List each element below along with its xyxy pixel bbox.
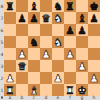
black-pawn-b7[interactable]: ♟ [17, 12, 26, 24]
square-e7[interactable]: ♞ [52, 12, 64, 24]
square-c3[interactable] [28, 60, 40, 72]
square-g7[interactable]: ♝ [76, 12, 88, 24]
square-b6[interactable] [16, 24, 28, 36]
file-label-c: c [28, 96, 40, 100]
black-pawn-g6[interactable]: ♟ [77, 24, 86, 36]
square-e8[interactable]: ♞ [52, 0, 64, 12]
white-pawn-d4[interactable]: ♟ [41, 48, 50, 60]
chess-board: ♜♝♞♜♚♟♟♛♞♝♟♟♟♞♞♟♟♟♛♟♟♟♟♜♝♜♚ [4, 0, 100, 96]
file-label-g: g [76, 96, 88, 100]
white-pawn-a2[interactable]: ♟ [5, 72, 14, 84]
square-a4[interactable] [4, 48, 16, 60]
white-pawn-g3[interactable]: ♟ [77, 60, 86, 72]
square-b2[interactable] [16, 72, 28, 84]
square-a3[interactable] [4, 60, 16, 72]
square-d8[interactable] [40, 0, 52, 12]
square-c2[interactable] [28, 72, 40, 84]
square-g8[interactable] [76, 0, 88, 12]
square-e4[interactable] [52, 48, 64, 60]
file-label-h: h [88, 96, 100, 100]
white-pawn-e2[interactable]: ♟ [53, 72, 62, 84]
square-d7[interactable]: ♛ [40, 12, 52, 24]
square-a7[interactable] [4, 12, 16, 24]
square-h5[interactable] [88, 36, 100, 48]
square-d3[interactable] [40, 60, 52, 72]
file-label-d: d [40, 96, 52, 100]
file-label-a: a [4, 96, 16, 100]
file-label-f: f [64, 96, 76, 100]
square-d2[interactable] [40, 72, 52, 84]
square-d5[interactable] [40, 36, 52, 48]
square-h8[interactable]: ♚ [88, 0, 100, 12]
square-e6[interactable] [52, 24, 64, 36]
square-h4[interactable] [88, 48, 100, 60]
black-bishop-c8[interactable]: ♝ [29, 0, 38, 12]
square-a8[interactable]: ♜ [4, 0, 16, 12]
white-to-move-indicator [1, 96, 4, 99]
black-knight-c5[interactable]: ♞ [29, 36, 38, 48]
square-d4[interactable]: ♟ [40, 48, 52, 60]
white-knight-e7[interactable]: ♞ [53, 12, 62, 24]
square-b3[interactable]: ♛ [16, 60, 28, 72]
square-g2[interactable] [76, 72, 88, 84]
square-c7[interactable]: ♟ [28, 12, 40, 24]
black-pawn-f6[interactable]: ♟ [65, 24, 74, 36]
chess-diagram: 87654321 ♜♝♞♜♚♟♟♛♞♝♟♟♟♞♞♟♟♟♛♟♟♟♟♜♝♜♚ abc… [0, 0, 100, 100]
square-a5[interactable] [4, 36, 16, 48]
square-c5[interactable]: ♞ [28, 36, 40, 48]
square-h7[interactable]: ♟ [88, 12, 100, 24]
file-label-b: b [16, 96, 28, 100]
square-b5[interactable] [16, 36, 28, 48]
square-g3[interactable]: ♟ [76, 60, 88, 72]
square-e2[interactable]: ♟ [52, 72, 64, 84]
square-f5[interactable] [64, 36, 76, 48]
square-g5[interactable] [76, 36, 88, 48]
square-f8[interactable]: ♜ [64, 0, 76, 12]
square-a6[interactable] [4, 24, 16, 36]
square-f7[interactable] [64, 12, 76, 24]
square-c4[interactable] [28, 48, 40, 60]
square-f2[interactable] [64, 72, 76, 84]
white-queen-b3[interactable]: ♛ [17, 60, 26, 72]
black-queen-d7[interactable]: ♛ [41, 12, 50, 24]
black-pawn-c7[interactable]: ♟ [29, 12, 38, 24]
square-g6[interactable]: ♟ [76, 24, 88, 36]
black-knight-e8[interactable]: ♞ [53, 0, 62, 12]
square-b8[interactable] [16, 0, 28, 12]
white-knight-e5[interactable]: ♞ [53, 36, 62, 48]
square-h3[interactable] [88, 60, 100, 72]
square-g4[interactable] [76, 48, 88, 60]
file-label-e: e [52, 96, 64, 100]
black-pawn-h7[interactable]: ♟ [89, 12, 98, 24]
square-c6[interactable] [28, 24, 40, 36]
black-king-h8[interactable]: ♚ [89, 0, 98, 12]
black-bishop-g7[interactable]: ♝ [77, 12, 86, 24]
file-labels: abcdefgh [4, 96, 100, 100]
square-b4[interactable]: ♟ [16, 48, 28, 60]
square-e5[interactable]: ♞ [52, 36, 64, 48]
square-f3[interactable] [64, 60, 76, 72]
square-c8[interactable]: ♝ [28, 0, 40, 12]
black-rook-a8[interactable]: ♜ [5, 0, 14, 12]
white-pawn-b4[interactable]: ♟ [17, 48, 26, 60]
white-pawn-h2[interactable]: ♟ [89, 72, 98, 84]
square-h6[interactable] [88, 24, 100, 36]
square-a2[interactable]: ♟ [4, 72, 16, 84]
square-b7[interactable]: ♟ [16, 12, 28, 24]
square-f4[interactable]: ♟ [64, 48, 76, 60]
square-d6[interactable] [40, 24, 52, 36]
white-pawn-f4[interactable]: ♟ [65, 48, 74, 60]
square-h2[interactable]: ♟ [88, 72, 100, 84]
black-rook-f8[interactable]: ♜ [65, 0, 74, 12]
square-e3[interactable] [52, 60, 64, 72]
square-f6[interactable]: ♟ [64, 24, 76, 36]
